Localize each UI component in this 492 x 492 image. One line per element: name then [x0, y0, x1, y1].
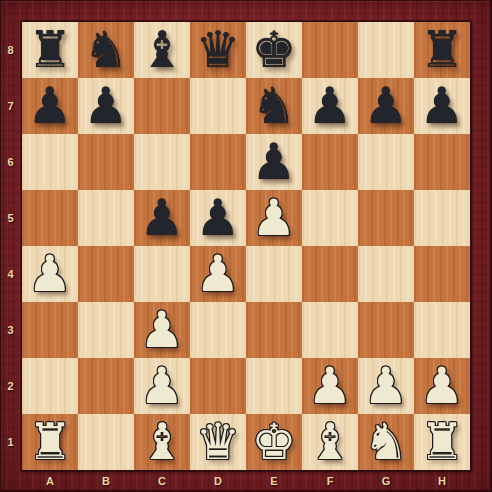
- square-c2[interactable]: ♟: [134, 358, 190, 414]
- piece-black-pawn[interactable]: ♟: [22, 78, 78, 134]
- square-a8[interactable]: ♜: [22, 22, 78, 78]
- piece-black-knight[interactable]: ♞: [246, 78, 302, 134]
- piece-white-pawn[interactable]: ♟: [358, 358, 414, 414]
- square-a5[interactable]: [22, 190, 78, 246]
- piece-black-rook[interactable]: ♜: [22, 22, 78, 78]
- square-g4[interactable]: [358, 246, 414, 302]
- file-label-b: B: [78, 471, 134, 492]
- rank-label-2: 2: [0, 358, 21, 414]
- piece-white-king[interactable]: ♚: [246, 414, 302, 470]
- rank-label-6: 6: [0, 134, 21, 190]
- square-a1[interactable]: ♜: [22, 414, 78, 470]
- square-e8[interactable]: ♚: [246, 22, 302, 78]
- square-h6[interactable]: [414, 134, 470, 190]
- piece-black-pawn[interactable]: ♟: [134, 190, 190, 246]
- square-f6[interactable]: [302, 134, 358, 190]
- square-f1[interactable]: ♝: [302, 414, 358, 470]
- piece-white-pawn[interactable]: ♟: [190, 246, 246, 302]
- rank-label-4: 4: [0, 246, 21, 302]
- square-e5[interactable]: ♟: [246, 190, 302, 246]
- rank-label-3: 3: [0, 302, 21, 358]
- piece-black-pawn[interactable]: ♟: [414, 78, 470, 134]
- square-b5[interactable]: [78, 190, 134, 246]
- square-g5[interactable]: [358, 190, 414, 246]
- file-label-f: F: [302, 471, 358, 492]
- square-h4[interactable]: [414, 246, 470, 302]
- square-b4[interactable]: [78, 246, 134, 302]
- piece-white-rook[interactable]: ♜: [22, 414, 78, 470]
- piece-white-pawn[interactable]: ♟: [134, 302, 190, 358]
- square-c1[interactable]: ♝: [134, 414, 190, 470]
- piece-black-rook[interactable]: ♜: [414, 22, 470, 78]
- piece-black-pawn[interactable]: ♟: [358, 78, 414, 134]
- piece-black-pawn[interactable]: ♟: [246, 134, 302, 190]
- square-a2[interactable]: [22, 358, 78, 414]
- square-b2[interactable]: [78, 358, 134, 414]
- square-e4[interactable]: [246, 246, 302, 302]
- square-a4[interactable]: ♟: [22, 246, 78, 302]
- square-c6[interactable]: [134, 134, 190, 190]
- square-f8[interactable]: [302, 22, 358, 78]
- piece-black-pawn[interactable]: ♟: [190, 190, 246, 246]
- piece-white-pawn[interactable]: ♟: [414, 358, 470, 414]
- board-frame: ♜♞♝♛♚♜♟♟♞♟♟♟♟♟♟♟♟♟♟♟♟♟♟♜♝♛♚♝♞♜ 87654321A…: [0, 0, 492, 492]
- piece-white-pawn[interactable]: ♟: [302, 358, 358, 414]
- square-g2[interactable]: ♟: [358, 358, 414, 414]
- square-e7[interactable]: ♞: [246, 78, 302, 134]
- square-g1[interactable]: ♞: [358, 414, 414, 470]
- square-c5[interactable]: ♟: [134, 190, 190, 246]
- piece-black-king[interactable]: ♚: [246, 22, 302, 78]
- square-g7[interactable]: ♟: [358, 78, 414, 134]
- rank-label-5: 5: [0, 190, 21, 246]
- square-f3[interactable]: [302, 302, 358, 358]
- piece-white-pawn[interactable]: ♟: [246, 190, 302, 246]
- square-d2[interactable]: [190, 358, 246, 414]
- rank-label-1: 1: [0, 414, 21, 470]
- square-g8[interactable]: [358, 22, 414, 78]
- square-h3[interactable]: [414, 302, 470, 358]
- piece-white-queen[interactable]: ♛: [190, 414, 246, 470]
- piece-white-bishop[interactable]: ♝: [302, 414, 358, 470]
- file-label-e: E: [246, 471, 302, 492]
- file-label-c: C: [134, 471, 190, 492]
- square-d1[interactable]: ♛: [190, 414, 246, 470]
- piece-white-pawn[interactable]: ♟: [134, 358, 190, 414]
- square-f2[interactable]: ♟: [302, 358, 358, 414]
- rank-label-8: 8: [0, 22, 21, 78]
- piece-black-knight[interactable]: ♞: [78, 22, 134, 78]
- square-d6[interactable]: [190, 134, 246, 190]
- square-a3[interactable]: [22, 302, 78, 358]
- file-label-h: H: [414, 471, 470, 492]
- square-g6[interactable]: [358, 134, 414, 190]
- square-b3[interactable]: [78, 302, 134, 358]
- square-c3[interactable]: ♟: [134, 302, 190, 358]
- piece-black-pawn[interactable]: ♟: [302, 78, 358, 134]
- square-a6[interactable]: [22, 134, 78, 190]
- square-h2[interactable]: ♟: [414, 358, 470, 414]
- square-c7[interactable]: [134, 78, 190, 134]
- square-g3[interactable]: [358, 302, 414, 358]
- file-label-g: G: [358, 471, 414, 492]
- square-d4[interactable]: ♟: [190, 246, 246, 302]
- square-b7[interactable]: ♟: [78, 78, 134, 134]
- square-e6[interactable]: ♟: [246, 134, 302, 190]
- piece-black-queen[interactable]: ♛: [190, 22, 246, 78]
- square-e1[interactable]: ♚: [246, 414, 302, 470]
- square-f4[interactable]: [302, 246, 358, 302]
- square-c8[interactable]: ♝: [134, 22, 190, 78]
- file-label-a: A: [22, 471, 78, 492]
- piece-white-bishop[interactable]: ♝: [134, 414, 190, 470]
- square-d7[interactable]: [190, 78, 246, 134]
- square-e3[interactable]: [246, 302, 302, 358]
- piece-white-pawn[interactable]: ♟: [22, 246, 78, 302]
- square-f7[interactable]: ♟: [302, 78, 358, 134]
- square-h7[interactable]: ♟: [414, 78, 470, 134]
- rank-label-7: 7: [0, 78, 21, 134]
- square-f5[interactable]: [302, 190, 358, 246]
- square-h5[interactable]: [414, 190, 470, 246]
- square-h1[interactable]: ♜: [414, 414, 470, 470]
- square-h8[interactable]: ♜: [414, 22, 470, 78]
- square-c4[interactable]: [134, 246, 190, 302]
- square-e2[interactable]: [246, 358, 302, 414]
- square-b8[interactable]: ♞: [78, 22, 134, 78]
- piece-black-bishop[interactable]: ♝: [134, 22, 190, 78]
- piece-white-rook[interactable]: ♜: [414, 414, 470, 470]
- square-b6[interactable]: [78, 134, 134, 190]
- file-label-d: D: [190, 471, 246, 492]
- piece-white-knight[interactable]: ♞: [358, 414, 414, 470]
- square-b1[interactable]: [78, 414, 134, 470]
- square-a7[interactable]: ♟: [22, 78, 78, 134]
- square-d5[interactable]: ♟: [190, 190, 246, 246]
- square-d3[interactable]: [190, 302, 246, 358]
- chess-board: ♜♞♝♛♚♜♟♟♞♟♟♟♟♟♟♟♟♟♟♟♟♟♟♜♝♛♚♝♞♜: [21, 21, 471, 471]
- piece-black-pawn[interactable]: ♟: [78, 78, 134, 134]
- square-d8[interactable]: ♛: [190, 22, 246, 78]
